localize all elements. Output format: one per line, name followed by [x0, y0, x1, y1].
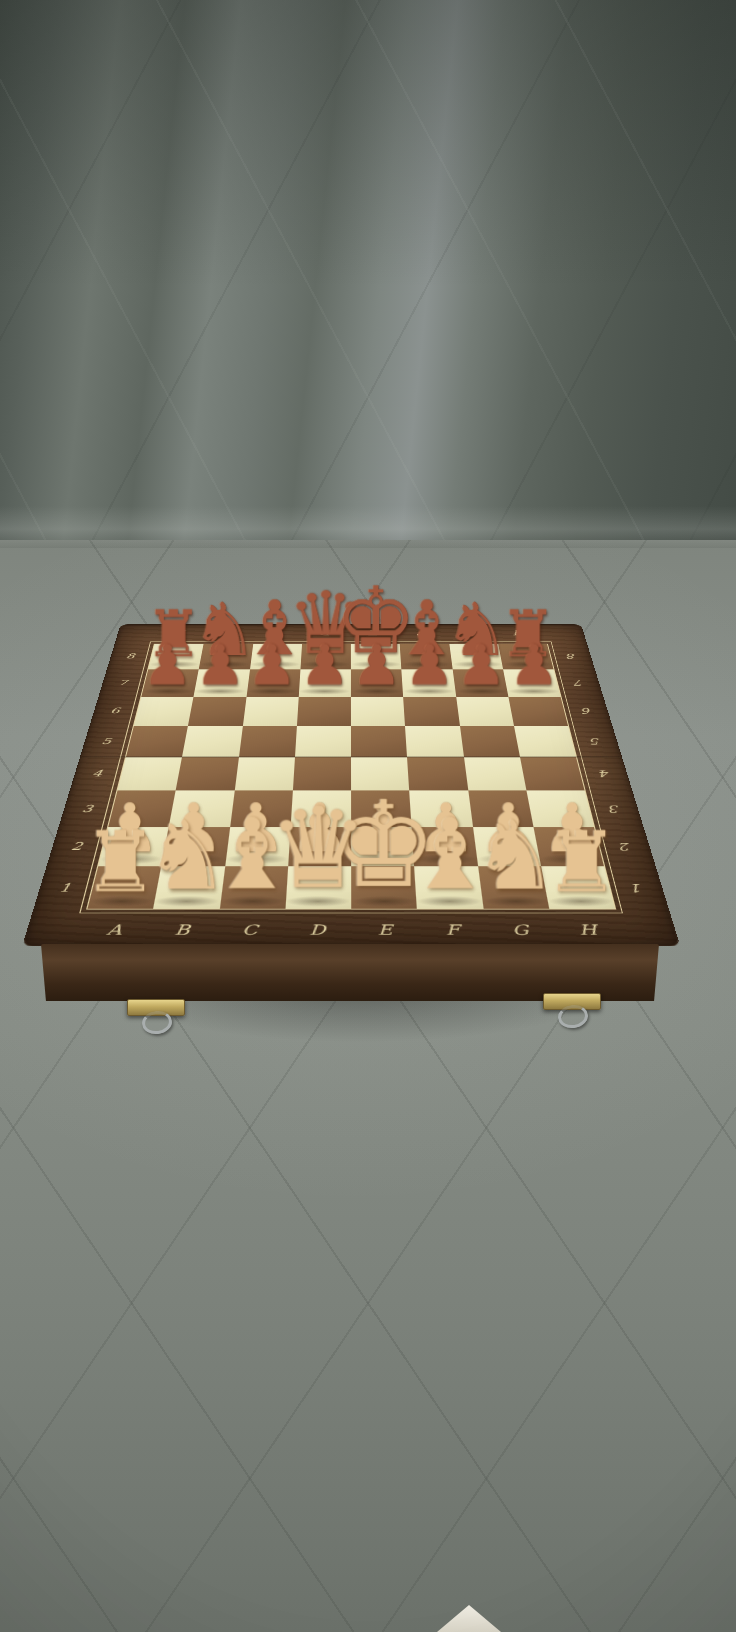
- square-h5[interactable]: [514, 726, 576, 757]
- square-a6[interactable]: [134, 697, 194, 726]
- rank-label-4-right: 4: [598, 768, 611, 779]
- piece-white-queen-d1[interactable]: ♛: [268, 796, 368, 902]
- square-e5[interactable]: [351, 726, 407, 757]
- rank-label-2-right: 2: [618, 840, 632, 853]
- square-b5[interactable]: [182, 726, 242, 757]
- square-a5[interactable]: [126, 726, 188, 757]
- clasp-right: [543, 993, 601, 1010]
- square-d6[interactable]: [297, 697, 351, 726]
- square-c5[interactable]: [239, 726, 297, 757]
- rank-label-1-left: 1: [58, 881, 73, 895]
- square-d7[interactable]: [299, 670, 351, 697]
- rank-label-7-left: 7: [117, 678, 128, 687]
- square-h4[interactable]: [520, 757, 585, 791]
- square-f6[interactable]: [403, 697, 459, 726]
- square-c8[interactable]: [250, 644, 302, 669]
- square-d5[interactable]: [295, 726, 351, 757]
- square-g7[interactable]: [452, 670, 508, 697]
- square-b7[interactable]: [194, 670, 250, 697]
- square-e7[interactable]: [351, 670, 403, 697]
- square-g8[interactable]: [449, 644, 503, 669]
- square-a7[interactable]: [141, 670, 199, 697]
- square-d8[interactable]: [300, 644, 351, 669]
- square-b6[interactable]: [188, 697, 246, 726]
- piece-white-rook-h1[interactable]: ♜: [544, 822, 619, 902]
- square-g5[interactable]: [459, 726, 519, 757]
- file-label-h-bottom: H: [577, 922, 598, 938]
- rank-label-8-left: 8: [125, 652, 136, 660]
- rank-label-1-right: 1: [630, 881, 645, 895]
- square-f7[interactable]: [402, 670, 456, 697]
- file-label-f-bottom: F: [445, 922, 461, 938]
- file-label-c-bottom: C: [241, 922, 258, 938]
- file-label-d-bottom: D: [309, 922, 326, 938]
- piece-white-rook-a1[interactable]: ♜: [83, 822, 158, 902]
- rank-label-5-left: 5: [100, 736, 112, 746]
- rank-label-5-right: 5: [589, 736, 601, 746]
- square-a8[interactable]: [148, 644, 204, 669]
- chess-board: ♜♞♝♛♚♝♞♜♟♟♟♟♟♟♟♟♟♟♟♟♟♟♟♟♜♞♝♛♚♝♞♜ AABBCCD…: [22, 624, 680, 946]
- square-h6[interactable]: [508, 697, 568, 726]
- rank-label-6-right: 6: [581, 706, 593, 715]
- square-c6[interactable]: [242, 697, 298, 726]
- square-h8[interactable]: [498, 644, 554, 669]
- rank-label-6-left: 6: [109, 706, 121, 715]
- file-label-a-bottom: A: [105, 922, 123, 938]
- rank-label-4-left: 4: [91, 768, 104, 779]
- square-e6[interactable]: [351, 697, 405, 726]
- square-g6[interactable]: [456, 697, 514, 726]
- square-a4[interactable]: [117, 757, 182, 791]
- square-e8[interactable]: [351, 644, 402, 669]
- square-f8[interactable]: [400, 644, 452, 669]
- file-label-g-bottom: G: [511, 922, 530, 938]
- rank-label-2-left: 2: [70, 840, 84, 853]
- clasp-left: [127, 999, 185, 1016]
- square-b4[interactable]: [176, 757, 239, 791]
- file-label-e-bottom: E: [377, 922, 392, 938]
- square-b8[interactable]: [199, 644, 253, 669]
- file-label-b-bottom: B: [173, 922, 191, 938]
- rank-label-8-right: 8: [566, 652, 577, 660]
- square-c7[interactable]: [246, 670, 300, 697]
- photo-scene: ♜♞♝♛♚♝♞♜♟♟♟♟♟♟♟♟♟♟♟♟♟♟♟♟♜♞♝♛♚♝♞♜ AABBCCD…: [0, 0, 736, 1632]
- square-g4[interactable]: [464, 757, 527, 791]
- rank-label-7-right: 7: [573, 678, 584, 687]
- square-h7[interactable]: [503, 670, 561, 697]
- square-f5[interactable]: [405, 726, 463, 757]
